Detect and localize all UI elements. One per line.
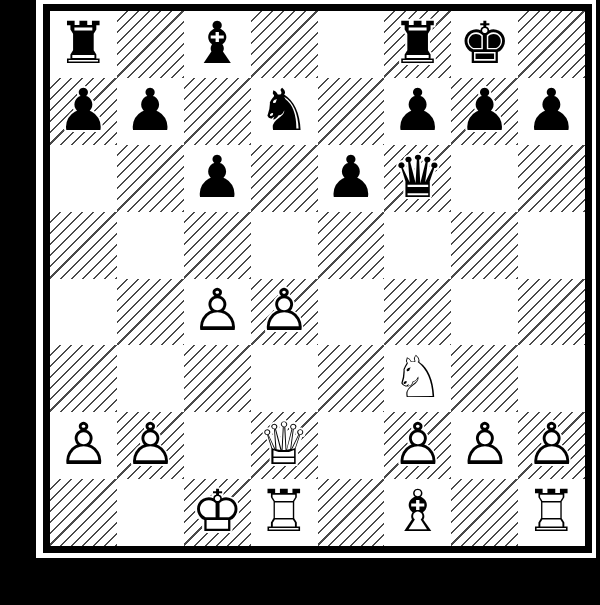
square-h1[interactable]: ♜♖: [518, 479, 585, 546]
piece-white-outline: ♙: [251, 279, 318, 346]
square-a4[interactable]: [50, 279, 117, 346]
square-e3[interactable]: [318, 345, 385, 412]
square-c5[interactable]: [184, 212, 251, 279]
square-d5[interactable]: [251, 212, 318, 279]
square-b4[interactable]: [117, 279, 184, 346]
square-h5[interactable]: [518, 212, 585, 279]
black-bishop-c8: ♝: [184, 11, 251, 78]
square-c6[interactable]: ♟: [184, 145, 251, 212]
square-h8[interactable]: [518, 11, 585, 78]
piece-black-glyph: ♛: [384, 145, 451, 212]
black-knight-d7: ♞: [251, 78, 318, 145]
white-king-c1: ♚♔: [184, 479, 251, 546]
square-d2[interactable]: ♛♕: [251, 412, 318, 479]
black-pawn-c6: ♟: [184, 145, 251, 212]
square-e5[interactable]: [318, 212, 385, 279]
square-e1[interactable]: [318, 479, 385, 546]
black-pawn-e6: ♟: [318, 145, 385, 212]
square-h2[interactable]: ♟♙: [518, 412, 585, 479]
square-b3[interactable]: [117, 345, 184, 412]
square-e4[interactable]: [318, 279, 385, 346]
board-frame: ♜♝♜♚♟♟♞♟♟♟♟♟♛♟♙♟♙♞♘♟♙♟♙♛♕♟♙♟♙♟♙♚♔♜♖♝♗♜♖: [43, 4, 592, 553]
square-f4[interactable]: [384, 279, 451, 346]
piece-white-outline: ♙: [117, 412, 184, 479]
page-background: ♜♝♜♚♟♟♞♟♟♟♟♟♛♟♙♟♙♞♘♟♙♟♙♛♕♟♙♟♙♟♙♚♔♜♖♝♗♜♖: [0, 0, 600, 605]
white-pawn-f2: ♟♙: [384, 412, 451, 479]
white-pawn-c4: ♟♙: [184, 279, 251, 346]
square-f3[interactable]: ♞♘: [384, 345, 451, 412]
square-g7[interactable]: ♟: [451, 78, 518, 145]
square-b7[interactable]: ♟: [117, 78, 184, 145]
square-f2[interactable]: ♟♙: [384, 412, 451, 479]
square-g3[interactable]: [451, 345, 518, 412]
square-f8[interactable]: ♜: [384, 11, 451, 78]
square-b6[interactable]: [117, 145, 184, 212]
piece-black-glyph: ♟: [50, 78, 117, 145]
square-b8[interactable]: [117, 11, 184, 78]
square-f5[interactable]: [384, 212, 451, 279]
square-c3[interactable]: [184, 345, 251, 412]
square-d8[interactable]: [251, 11, 318, 78]
square-g2[interactable]: ♟♙: [451, 412, 518, 479]
square-a1[interactable]: [50, 479, 117, 546]
piece-white-outline: ♘: [384, 345, 451, 412]
white-rook-h1: ♜♖: [518, 479, 585, 546]
square-h4[interactable]: [518, 279, 585, 346]
square-e7[interactable]: [318, 78, 385, 145]
black-rook-a8: ♜: [50, 11, 117, 78]
square-d6[interactable]: [251, 145, 318, 212]
white-pawn-g2: ♟♙: [451, 412, 518, 479]
square-a7[interactable]: ♟: [50, 78, 117, 145]
piece-white-outline: ♗: [384, 479, 451, 546]
piece-white-outline: ♙: [184, 279, 251, 346]
white-bishop-f1: ♝♗: [384, 479, 451, 546]
square-g6[interactable]: [451, 145, 518, 212]
square-g8[interactable]: ♚: [451, 11, 518, 78]
piece-black-glyph: ♟: [384, 78, 451, 145]
square-g4[interactable]: [451, 279, 518, 346]
piece-white-outline: ♕: [251, 412, 318, 479]
square-a6[interactable]: [50, 145, 117, 212]
black-rook-f8: ♜: [384, 11, 451, 78]
white-pawn-a2: ♟♙: [50, 412, 117, 479]
black-pawn-f7: ♟: [384, 78, 451, 145]
square-c7[interactable]: [184, 78, 251, 145]
square-a8[interactable]: ♜: [50, 11, 117, 78]
piece-white-outline: ♖: [518, 479, 585, 546]
piece-black-glyph: ♟: [318, 145, 385, 212]
piece-white-outline: ♙: [384, 412, 451, 479]
square-a5[interactable]: [50, 212, 117, 279]
piece-white-outline: ♖: [251, 479, 318, 546]
piece-white-outline: ♙: [451, 412, 518, 479]
square-h6[interactable]: [518, 145, 585, 212]
white-pawn-b2: ♟♙: [117, 412, 184, 479]
piece-black-glyph: ♟: [184, 145, 251, 212]
square-b5[interactable]: [117, 212, 184, 279]
square-c2[interactable]: [184, 412, 251, 479]
square-d4[interactable]: ♟♙: [251, 279, 318, 346]
chess-board: ♜♝♜♚♟♟♞♟♟♟♟♟♛♟♙♟♙♞♘♟♙♟♙♛♕♟♙♟♙♟♙♚♔♜♖♝♗♜♖: [36, 0, 596, 558]
black-pawn-a7: ♟: [50, 78, 117, 145]
square-d7[interactable]: ♞: [251, 78, 318, 145]
square-g5[interactable]: [451, 212, 518, 279]
square-h3[interactable]: [518, 345, 585, 412]
piece-white-outline: ♙: [518, 412, 585, 479]
piece-white-outline: ♙: [50, 412, 117, 479]
square-d1[interactable]: ♜♖: [251, 479, 318, 546]
white-pawn-d4: ♟♙: [251, 279, 318, 346]
white-knight-f3: ♞♘: [384, 345, 451, 412]
square-e8[interactable]: [318, 11, 385, 78]
square-b2[interactable]: ♟♙: [117, 412, 184, 479]
square-c8[interactable]: ♝: [184, 11, 251, 78]
square-f6[interactable]: ♛: [384, 145, 451, 212]
square-b1[interactable]: [117, 479, 184, 546]
square-a2[interactable]: ♟♙: [50, 412, 117, 479]
black-pawn-b7: ♟: [117, 78, 184, 145]
piece-white-outline: ♔: [184, 479, 251, 546]
piece-black-glyph: ♞: [251, 78, 318, 145]
piece-black-glyph: ♜: [50, 11, 117, 78]
square-d3[interactable]: [251, 345, 318, 412]
piece-black-glyph: ♚: [451, 11, 518, 78]
square-c4[interactable]: ♟♙: [184, 279, 251, 346]
piece-black-glyph: ♟: [518, 78, 585, 145]
square-e6[interactable]: ♟: [318, 145, 385, 212]
piece-black-glyph: ♜: [384, 11, 451, 78]
square-g1[interactable]: [451, 479, 518, 546]
piece-black-glyph: ♟: [451, 78, 518, 145]
square-a3[interactable]: [50, 345, 117, 412]
black-pawn-h7: ♟: [518, 78, 585, 145]
square-c1[interactable]: ♚♔: [184, 479, 251, 546]
piece-black-glyph: ♟: [117, 78, 184, 145]
square-f1[interactable]: ♝♗: [384, 479, 451, 546]
board-grid: ♜♝♜♚♟♟♞♟♟♟♟♟♛♟♙♟♙♞♘♟♙♟♙♛♕♟♙♟♙♟♙♚♔♜♖♝♗♜♖: [50, 11, 585, 546]
black-queen-f6: ♛: [384, 145, 451, 212]
black-king-g8: ♚: [451, 11, 518, 78]
white-pawn-h2: ♟♙: [518, 412, 585, 479]
square-e2[interactable]: [318, 412, 385, 479]
square-h7[interactable]: ♟: [518, 78, 585, 145]
square-f7[interactable]: ♟: [384, 78, 451, 145]
black-pawn-g7: ♟: [451, 78, 518, 145]
piece-black-glyph: ♝: [184, 11, 251, 78]
white-queen-d2: ♛♕: [251, 412, 318, 479]
white-rook-d1: ♜♖: [251, 479, 318, 546]
